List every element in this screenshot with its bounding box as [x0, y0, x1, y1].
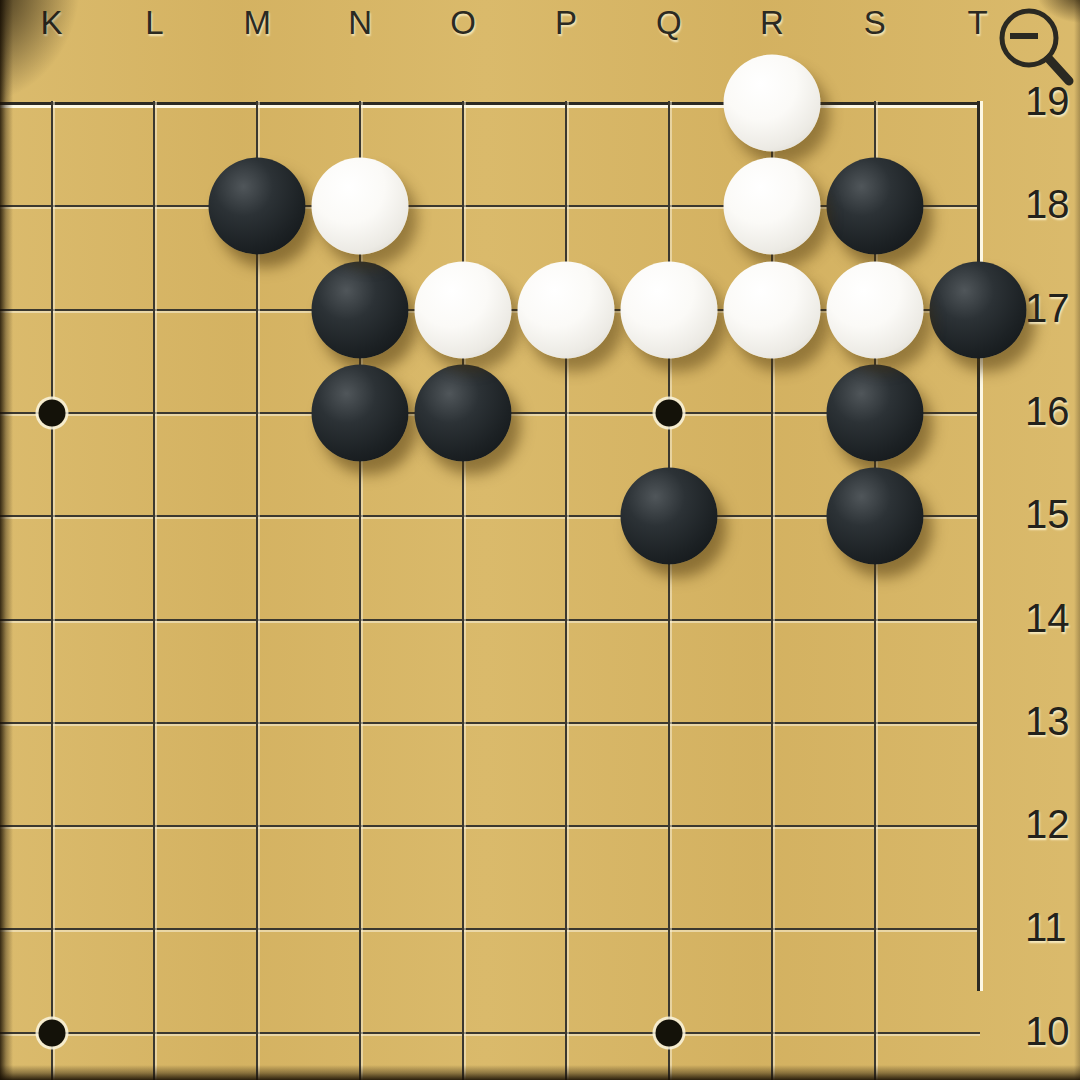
go-app-screen: KLMNOPQRST19181716151413121110 [0, 0, 1080, 1080]
stone-white-S17 [826, 261, 923, 358]
grid-line-col-Q [668, 101, 670, 1080]
row-label-12: 12 [1025, 802, 1080, 847]
star-point-K16 [38, 399, 65, 426]
stone-black-N17 [312, 261, 409, 358]
stone-black-T17 [929, 261, 1026, 358]
stone-black-N16 [312, 364, 409, 461]
grid-line-row-13 [0, 722, 980, 724]
star-point-Q10 [655, 1019, 682, 1046]
col-label-P: P [555, 4, 577, 42]
row-label-13: 13 [1025, 699, 1080, 744]
grid-line-col-T [977, 101, 980, 991]
stone-white-N18 [312, 158, 409, 255]
grid-line-col-O [462, 101, 464, 1080]
row-label-17: 17 [1025, 286, 1080, 331]
row-label-14: 14 [1025, 596, 1080, 641]
zoom-out-button[interactable] [997, 5, 1077, 89]
grid-line-col-P [565, 101, 567, 1080]
stone-black-S18 [826, 158, 923, 255]
row-label-15: 15 [1025, 492, 1080, 537]
row-label-16: 16 [1025, 389, 1080, 434]
row-label-10: 10 [1025, 1009, 1080, 1054]
stone-white-O17 [415, 261, 512, 358]
grid-line-row-11 [0, 928, 980, 930]
col-label-T: T [968, 4, 988, 42]
stone-white-R17 [723, 261, 820, 358]
grid-line-row-14 [0, 619, 980, 621]
stone-white-Q17 [620, 261, 717, 358]
col-label-S: S [864, 4, 886, 42]
grid-line-row-12 [0, 825, 980, 827]
stone-white-R19 [723, 55, 820, 152]
star-point-K10 [38, 1019, 65, 1046]
stone-black-Q15 [620, 468, 717, 565]
col-label-Q: Q [656, 4, 682, 42]
stone-black-O16 [415, 364, 512, 461]
col-label-R: R [760, 4, 784, 42]
stone-black-S16 [826, 364, 923, 461]
grid-line-col-L [153, 101, 155, 1080]
board-edge-shadow [0, 0, 1080, 1080]
stone-white-P17 [518, 261, 615, 358]
stone-black-M18 [209, 158, 306, 255]
col-label-K: K [40, 4, 62, 42]
row-label-11: 11 [1025, 905, 1080, 950]
star-point-Q16 [655, 399, 682, 426]
col-label-L: L [145, 4, 163, 42]
magnifier-handle [1049, 59, 1069, 81]
col-label-N: N [348, 4, 372, 42]
row-label-18: 18 [1025, 182, 1080, 227]
stone-black-S15 [826, 468, 923, 565]
stone-white-R18 [723, 158, 820, 255]
col-label-O: O [450, 4, 476, 42]
grid-line-col-K [51, 101, 53, 1080]
grid-line-row-10 [0, 1032, 980, 1034]
grid-line-row-19 [0, 102, 980, 105]
col-label-M: M [244, 4, 272, 42]
